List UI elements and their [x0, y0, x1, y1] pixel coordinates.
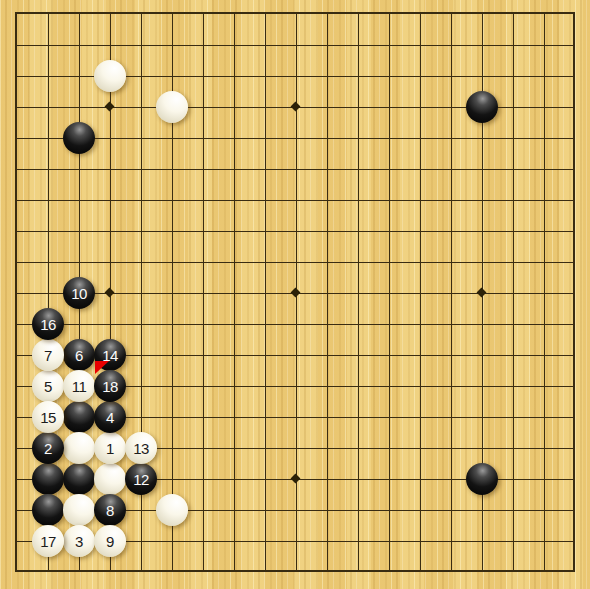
stone-white-B8: 7 [32, 339, 64, 371]
stone-black-C15 [63, 122, 95, 154]
grid-line-horizontal [16, 45, 574, 46]
move-number: 5 [44, 379, 52, 394]
last-move-red-triangle-marker [95, 361, 109, 374]
move-number: 12 [133, 472, 149, 487]
move-number: 3 [75, 534, 83, 549]
stone-black-D6: 4 [94, 401, 126, 433]
stone-black-E4: 12 [125, 463, 157, 495]
grid-line-vertical [420, 14, 421, 572]
stone-white-C2: 3 [63, 525, 95, 557]
stone-white-D4 [94, 463, 126, 495]
stone-white-D17 [94, 60, 126, 92]
stone-white-D5: 1 [94, 432, 126, 464]
move-number: 15 [40, 410, 56, 425]
move-number: 1 [106, 441, 114, 456]
stone-black-Q16 [466, 91, 498, 123]
grid-line-horizontal [16, 324, 574, 325]
stone-white-C5 [63, 432, 95, 464]
move-number: 7 [44, 348, 52, 363]
stone-black-C8: 6 [63, 339, 95, 371]
move-number: 2 [44, 441, 52, 456]
stone-white-B6: 15 [32, 401, 64, 433]
stone-white-C7: 11 [63, 370, 95, 402]
stone-white-F3 [156, 494, 188, 526]
stone-black-B4 [32, 463, 64, 495]
move-number: 13 [133, 441, 149, 456]
move-number: 16 [40, 317, 56, 332]
grid-line-vertical [358, 14, 359, 572]
grid-line-vertical [544, 14, 545, 572]
stone-white-C3 [63, 494, 95, 526]
move-number: 4 [106, 410, 114, 425]
stone-black-B5: 2 [32, 432, 64, 464]
move-number: 17 [40, 534, 56, 549]
move-number: 18 [102, 379, 118, 394]
move-number: 11 [72, 379, 87, 394]
stone-black-B3 [32, 494, 64, 526]
stone-black-D7: 18 [94, 370, 126, 402]
move-number: 6 [75, 348, 83, 363]
grid-line-vertical [389, 14, 390, 572]
move-number: 10 [71, 286, 87, 301]
stone-black-C6 [63, 401, 95, 433]
stone-white-D2: 9 [94, 525, 126, 557]
grid-line-vertical [513, 14, 514, 572]
stone-white-E5: 13 [125, 432, 157, 464]
stone-white-B7: 5 [32, 370, 64, 402]
grid-line-vertical [327, 14, 328, 572]
stone-black-C4 [63, 463, 95, 495]
grid-line-horizontal [16, 138, 574, 139]
stone-white-B2: 17 [32, 525, 64, 557]
stone-black-Q4 [466, 463, 498, 495]
stone-black-D3: 8 [94, 494, 126, 526]
grid-line-horizontal [16, 169, 574, 170]
grid-line-vertical [451, 14, 452, 572]
go-board-app: 123456789101112131415161718 [0, 0, 590, 589]
stone-black-C10: 10 [63, 277, 95, 309]
grid-line-horizontal [16, 200, 574, 201]
move-number: 8 [106, 503, 114, 518]
move-number: 9 [106, 534, 114, 549]
grid-line-horizontal [16, 231, 574, 232]
stone-white-F16 [156, 91, 188, 123]
grid-line-horizontal [16, 262, 574, 263]
stone-black-B9: 16 [32, 308, 64, 340]
